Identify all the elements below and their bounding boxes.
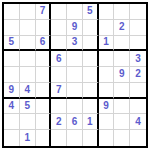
sudoku-cell-r9c5[interactable] xyxy=(67,130,83,146)
sudoku-cell-r9c2[interactable]: 1 xyxy=(20,130,36,146)
sudoku-cell-r5c2[interactable] xyxy=(20,67,36,83)
sudoku-cell-r9c1[interactable] xyxy=(4,130,20,146)
sudoku-cell-r7c6[interactable] xyxy=(83,99,99,115)
sudoku-cell-r4c9[interactable]: 3 xyxy=(130,51,146,67)
sudoku-cell-r1c3[interactable]: 7 xyxy=(36,4,52,20)
sudoku-cell-r4c1[interactable] xyxy=(4,51,20,67)
sudoku-cell-r5c3[interactable] xyxy=(36,67,52,83)
sudoku-cell-r5c4[interactable] xyxy=(51,67,67,83)
sudoku-cell-r6c5[interactable] xyxy=(67,83,83,99)
sudoku-cell-r1c8[interactable] xyxy=(114,4,130,20)
sudoku-cell-r7c5[interactable] xyxy=(67,99,83,115)
sudoku-cell-r8c9[interactable]: 4 xyxy=(130,114,146,130)
sudoku-cell-r5c8[interactable]: 9 xyxy=(114,67,130,83)
sudoku-cell-r5c7[interactable] xyxy=(99,67,115,83)
sudoku-cell-r8c7[interactable] xyxy=(99,114,115,130)
sudoku-cell-r3c6[interactable] xyxy=(83,36,99,52)
sudoku-cell-r6c4[interactable]: 7 xyxy=(51,83,67,99)
sudoku-cell-r3c2[interactable] xyxy=(20,36,36,52)
sudoku-cell-r7c1[interactable]: 4 xyxy=(4,99,20,115)
sudoku-cell-r1c2[interactable] xyxy=(20,4,36,20)
sudoku-cell-r2c5[interactable]: 9 xyxy=(67,20,83,36)
sudoku-cell-r2c2[interactable] xyxy=(20,20,36,36)
sudoku-cell-r7c2[interactable]: 5 xyxy=(20,99,36,115)
sudoku-cell-r5c9[interactable]: 2 xyxy=(130,67,146,83)
sudoku-cell-r4c2[interactable] xyxy=(20,51,36,67)
sudoku-cell-r4c3[interactable] xyxy=(36,51,52,67)
sudoku-cell-r7c9[interactable] xyxy=(130,99,146,115)
sudoku-cell-r6c6[interactable] xyxy=(83,83,99,99)
sudoku-cell-r1c9[interactable] xyxy=(130,4,146,20)
sudoku-cell-r8c3[interactable] xyxy=(36,114,52,130)
sudoku-cell-r9c7[interactable] xyxy=(99,130,115,146)
sudoku-cell-r3c7[interactable]: 1 xyxy=(99,36,115,52)
sudoku-cell-r4c7[interactable] xyxy=(99,51,115,67)
sudoku-cell-r7c4[interactable] xyxy=(51,99,67,115)
sudoku-cell-r6c2[interactable]: 4 xyxy=(20,83,36,99)
sudoku-cell-r4c5[interactable] xyxy=(67,51,83,67)
sudoku-cell-r3c3[interactable]: 6 xyxy=(36,36,52,52)
sudoku-cell-r9c6[interactable] xyxy=(83,130,99,146)
sudoku-cell-r4c4[interactable]: 6 xyxy=(51,51,67,67)
sudoku-board: 75925631639294745926141 xyxy=(2,2,148,148)
sudoku-cell-r7c8[interactable] xyxy=(114,99,130,115)
sudoku-cell-r1c1[interactable] xyxy=(4,4,20,20)
sudoku-page: 75925631639294745926141 xyxy=(0,0,150,150)
sudoku-cell-r7c7[interactable]: 9 xyxy=(99,99,115,115)
sudoku-cell-r1c7[interactable] xyxy=(99,4,115,20)
sudoku-cell-r2c4[interactable] xyxy=(51,20,67,36)
sudoku-cell-r9c9[interactable] xyxy=(130,130,146,146)
sudoku-cell-r3c4[interactable] xyxy=(51,36,67,52)
sudoku-cell-r2c1[interactable] xyxy=(4,20,20,36)
sudoku-cell-r6c8[interactable] xyxy=(114,83,130,99)
sudoku-cell-r5c5[interactable] xyxy=(67,67,83,83)
sudoku-cell-r2c7[interactable] xyxy=(99,20,115,36)
sudoku-cell-r5c1[interactable] xyxy=(4,67,20,83)
sudoku-cell-r6c1[interactable]: 9 xyxy=(4,83,20,99)
sudoku-cell-r2c8[interactable]: 2 xyxy=(114,20,130,36)
sudoku-cell-r2c3[interactable] xyxy=(36,20,52,36)
sudoku-cell-r8c5[interactable]: 6 xyxy=(67,114,83,130)
sudoku-cell-r6c3[interactable] xyxy=(36,83,52,99)
sudoku-cell-r6c9[interactable] xyxy=(130,83,146,99)
sudoku-cell-r4c6[interactable] xyxy=(83,51,99,67)
sudoku-cell-r1c6[interactable]: 5 xyxy=(83,4,99,20)
sudoku-cell-r3c1[interactable]: 5 xyxy=(4,36,20,52)
sudoku-cell-r9c3[interactable] xyxy=(36,130,52,146)
sudoku-cell-r1c4[interactable] xyxy=(51,4,67,20)
sudoku-cell-r8c8[interactable] xyxy=(114,114,130,130)
sudoku-cell-r8c2[interactable] xyxy=(20,114,36,130)
sudoku-cell-r7c3[interactable] xyxy=(36,99,52,115)
sudoku-cell-r5c6[interactable] xyxy=(83,67,99,83)
sudoku-cell-r3c5[interactable]: 3 xyxy=(67,36,83,52)
sudoku-cell-r8c4[interactable]: 2 xyxy=(51,114,67,130)
sudoku-cell-r2c6[interactable] xyxy=(83,20,99,36)
sudoku-cell-r1c5[interactable] xyxy=(67,4,83,20)
sudoku-cell-r8c6[interactable]: 1 xyxy=(83,114,99,130)
sudoku-cell-r6c7[interactable] xyxy=(99,83,115,99)
sudoku-cell-r8c1[interactable] xyxy=(4,114,20,130)
sudoku-cell-r9c4[interactable] xyxy=(51,130,67,146)
sudoku-cell-r2c9[interactable] xyxy=(130,20,146,36)
sudoku-cell-r4c8[interactable] xyxy=(114,51,130,67)
sudoku-cell-r9c8[interactable] xyxy=(114,130,130,146)
sudoku-cell-r3c9[interactable] xyxy=(130,36,146,52)
sudoku-cell-r3c8[interactable] xyxy=(114,36,130,52)
